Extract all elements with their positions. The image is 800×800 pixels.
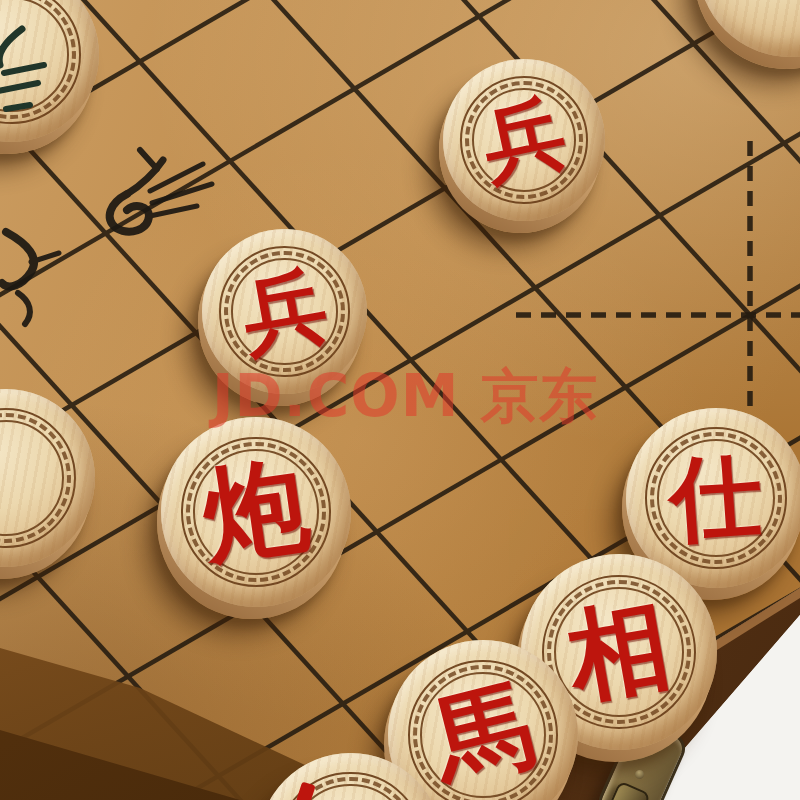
partial-red-stroke bbox=[294, 781, 315, 800]
xiangqi-piece-red-partial[interactable] bbox=[0, 389, 95, 567]
piece-character: 兵 bbox=[202, 229, 367, 394]
xiangqi-piece-bing[interactable]: 兵 bbox=[443, 59, 605, 221]
piece-face: 兵 bbox=[443, 59, 605, 221]
piece-face: 炮 bbox=[161, 417, 351, 607]
piece-character: 兵 bbox=[443, 59, 605, 221]
xiangqi-piece-bing[interactable]: 兵 bbox=[202, 229, 367, 394]
xiangqi-piece-black-partial[interactable] bbox=[0, 0, 99, 142]
piece-face: 兵 bbox=[202, 229, 367, 394]
board-calligraphy-mark-1 bbox=[110, 150, 212, 232]
piece-character: 炮 bbox=[161, 417, 351, 607]
clasp-screw bbox=[634, 768, 646, 780]
piece-face bbox=[0, 389, 95, 567]
product-photo-stage: 兵 兵 炮 仕 bbox=[0, 0, 800, 800]
piece-face bbox=[0, 0, 99, 142]
greek-key-ring bbox=[0, 408, 76, 549]
board-calligraphy-mark-2 bbox=[2, 232, 59, 324]
xiangqi-piece-pao[interactable]: 炮 bbox=[161, 417, 351, 607]
black-character-strokes bbox=[0, 0, 99, 142]
clasp-knob bbox=[602, 780, 651, 800]
xiangqi-piece-partial[interactable] bbox=[698, 0, 800, 57]
